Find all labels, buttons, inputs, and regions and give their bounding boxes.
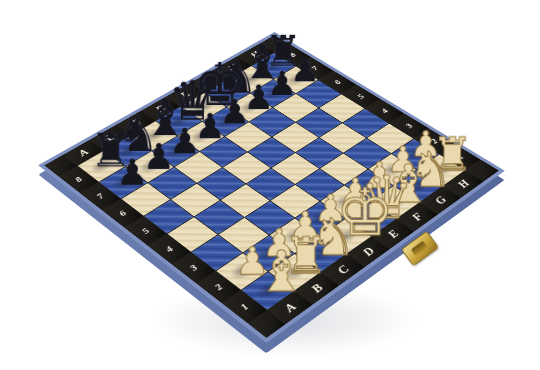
file-label: H xyxy=(455,178,472,189)
piece-black-pawn[interactable]: ♟ xyxy=(112,155,153,189)
rank-label: 8 xyxy=(73,176,84,184)
rank-label: 5 xyxy=(140,227,151,235)
file-label: C xyxy=(335,264,352,276)
rank-label: 6 xyxy=(332,79,342,85)
rank-label: 3 xyxy=(188,263,200,272)
rank-label: 4 xyxy=(379,108,390,115)
piece-white-bishop[interactable]: ♝ xyxy=(256,245,301,299)
rank-label: 1 xyxy=(238,302,250,311)
board-frame: ABCDEFGH8♜♞♝♛♚♞♝♜87♟♟♟♟♟♟♟♟7665544332♟♟♟… xyxy=(38,32,505,343)
rank-label: 6 xyxy=(117,209,128,217)
file-label: B xyxy=(308,282,325,294)
rank-label: 5 xyxy=(355,93,366,100)
rank-label: 7 xyxy=(95,192,106,200)
file-label: G xyxy=(432,195,449,206)
rank-label: 4 xyxy=(163,245,175,253)
rank-label: 2 xyxy=(213,283,225,292)
file-label: A xyxy=(282,301,299,314)
photo-stage: ABCDEFGH8♜♞♝♛♚♞♝♜87♟♟♟♟♟♟♟♟7665544332♟♟♟… xyxy=(0,0,540,370)
file-label: A xyxy=(76,148,91,158)
file-label: D xyxy=(360,246,377,258)
